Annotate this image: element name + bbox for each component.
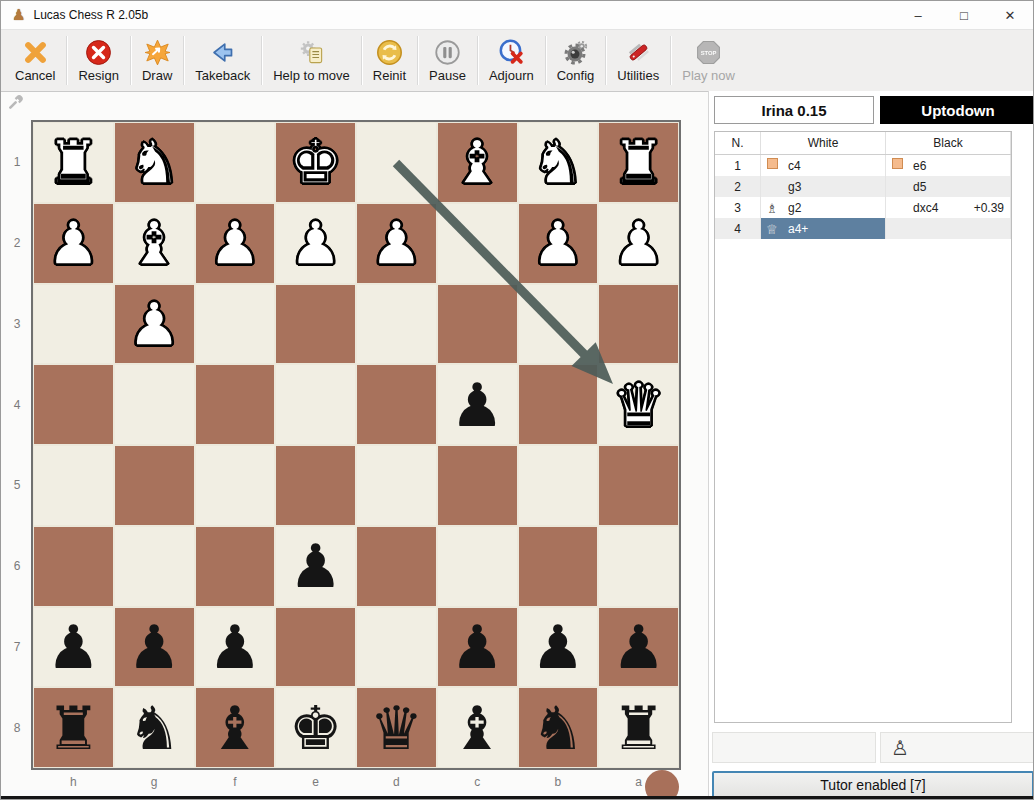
square-f2[interactable]: ♟ [195,203,276,284]
help-to-move-label: Help to move [273,68,350,83]
move-text: g3 [788,180,801,194]
square-g1[interactable]: ♞ [114,122,195,203]
opening-book-icon [892,158,903,169]
piece-wR: ♜ [46,132,100,192]
window-title: Lucas Chess R 2.05b [33,8,148,22]
square-d6[interactable] [356,526,437,607]
utilities-button[interactable]: Utilities [606,30,670,91]
square-e8[interactable]: ♚ [275,687,356,768]
square-h4[interactable] [33,364,114,445]
wrench-icon[interactable] [5,94,24,113]
queen-icon: ♕ [766,222,778,235]
square-a4[interactable]: ♛ [598,364,679,445]
piece-bN: ♞ [531,698,585,758]
piece-wP: ♟ [127,294,181,354]
reinit-button[interactable]: Reinit [362,30,417,91]
square-f6[interactable] [195,526,276,607]
piece-wR: ♜ [612,132,666,192]
square-b2[interactable]: ♟ [518,203,599,284]
piece-wQ: ♛ [612,375,666,435]
square-e4[interactable] [275,364,356,445]
file-label-f: f [195,770,276,794]
square-h1[interactable]: ♜ [33,122,114,203]
move-number: 4 [715,218,761,239]
col-header-n: N. [715,132,761,154]
move-number: 3 [715,197,761,218]
side-to-move-pawn-icon: ♙ [891,738,909,758]
rank-labels: 12345678 [6,122,28,768]
stop-sign-icon: STOP [695,39,722,66]
square-h8[interactable]: ♜ [33,687,114,768]
chess-board: ♜♞♚♝♞♜♟♝♟♟♟♟♟♟♟♛♟♟♟♟♟♟♟♜♞♝♚♛♝♞♜ [31,120,681,770]
tutor-enabled-button[interactable]: Tutor enabled [7] [712,771,1034,798]
piece-bP: ♟ [208,617,262,677]
rank-label-3: 3 [6,284,28,365]
window-controls: – □ ✕ [895,1,1033,29]
square-g6[interactable] [114,526,195,607]
square-g8[interactable]: ♞ [114,687,195,768]
square-h6[interactable] [33,526,114,607]
move-list-header: N. White Black [715,132,1011,155]
square-f4[interactable] [195,364,276,445]
takeback-icon [209,39,236,66]
col-header-white: White [761,132,886,154]
square-a5[interactable] [598,445,679,526]
piece-bR: ♜ [46,698,100,758]
bishop-icon: ♗ [766,201,778,214]
toolbar: Cancel Resign Draw Takeback Help to move… [1,29,1033,92]
piece-wK: ♚ [289,132,343,192]
square-c1[interactable]: ♝ [437,122,518,203]
play-now-button: STOP Play now [671,30,746,91]
play-now-label: Play now [682,68,735,83]
cancel-label: Cancel [15,68,55,83]
help-to-move-icon [298,39,325,66]
piece-wB: ♝ [450,132,504,192]
square-b1[interactable]: ♞ [518,122,599,203]
move-row-1: 1 c4 e6 [715,155,1011,176]
move-cell-2-white[interactable]: g3 [761,176,886,197]
square-c8[interactable]: ♝ [437,687,518,768]
square-d2[interactable]: ♟ [356,203,437,284]
close-icon[interactable]: ✕ [987,1,1033,29]
piece-wP: ♟ [369,213,423,273]
move-row-3: 3 ♗ g2 dxc4 +0.39 [715,197,1011,218]
piece-wP: ♟ [46,213,100,273]
right-panel: Irina 0.15 Uptodown N. White Black 1 c4 … [708,91,1034,799]
square-b4[interactable] [518,364,599,445]
square-b6[interactable] [518,526,599,607]
piece-wP: ♟ [612,213,666,273]
square-h3[interactable] [33,284,114,365]
cancel-button[interactable]: Cancel [4,30,66,91]
square-a6[interactable] [598,526,679,607]
maximize-icon[interactable]: □ [941,1,987,29]
square-f1[interactable] [195,122,276,203]
move-text: c4 [788,159,801,173]
piece-wP: ♟ [531,213,585,273]
white-player-label: Irina 0.15 [714,96,874,124]
move-list: N. White Black 1 c4 e6 2 g3 [714,131,1012,723]
square-d8[interactable]: ♛ [356,687,437,768]
draw-button[interactable]: Draw [131,30,183,91]
utilities-label: Utilities [617,68,659,83]
piece-bP: ♟ [450,375,504,435]
reinit-icon [376,39,403,66]
piece-wP: ♟ [208,213,262,273]
piece-wP: ♟ [289,213,343,273]
square-f3[interactable] [195,284,276,365]
square-e3[interactable] [275,284,356,365]
utilities-icon [625,39,652,66]
window-bottom-edge [1,796,1033,799]
draw-icon [144,39,171,66]
resign-label: Resign [78,68,118,83]
square-c2[interactable] [437,203,518,284]
square-h5[interactable] [33,445,114,526]
piece-bP: ♟ [127,617,181,677]
square-g3[interactable]: ♟ [114,284,195,365]
square-c4[interactable]: ♟ [437,364,518,445]
move-cell-3-white[interactable]: ♗ g2 [761,197,886,218]
rank-label-6: 6 [6,526,28,607]
rank-label-2: 2 [6,203,28,284]
title-bar: ♟ Lucas Chess R 2.05b – □ ✕ [1,1,1033,29]
file-label-g: g [114,770,195,794]
file-label-c: c [437,770,518,794]
square-g5[interactable] [114,445,195,526]
piece-bR: ♜ [612,698,666,758]
help-to-move-button[interactable]: Help to move [262,30,361,91]
takeback-label: Takeback [195,68,250,83]
square-a3[interactable] [598,284,679,365]
file-labels: hgfedcba [33,770,679,794]
square-c3[interactable] [437,284,518,365]
app-window: ♟ Lucas Chess R 2.05b – □ ✕ Cancel Resig… [0,0,1034,800]
square-e6[interactable]: ♟ [275,526,356,607]
resign-icon [85,39,112,66]
file-label-h: h [33,770,114,794]
black-player-label: Uptodown [880,96,1034,124]
adjourn-icon [498,39,525,66]
square-e5[interactable] [275,445,356,526]
move-text: dxc4 [913,201,938,215]
move-number: 1 [715,155,761,176]
piece-bP: ♟ [450,617,504,677]
square-f7[interactable]: ♟ [195,607,276,688]
square-d1[interactable] [356,122,437,203]
move-text: a4+ [788,222,808,236]
square-a2[interactable]: ♟ [598,203,679,284]
reinit-label: Reinit [373,68,406,83]
file-label-e: e [275,770,356,794]
move-text: g2 [788,201,801,215]
piece-bN: ♞ [127,698,181,758]
adjourn-label: Adjourn [489,68,534,83]
rank-label-1: 1 [6,122,28,203]
move-row-2: 2 g3 d5 [715,176,1011,197]
square-d7[interactable] [356,607,437,688]
move-row-4: 4 ♕ a4+ [715,218,1011,239]
cancel-icon [22,39,49,66]
minimize-icon[interactable]: – [895,1,941,29]
square-b3[interactable] [518,284,599,365]
square-d5[interactable] [356,445,437,526]
piece-wN: ♞ [127,132,181,192]
piece-bK: ♚ [289,698,343,758]
move-cell-4-white-selected[interactable]: ♕ a4+ [761,218,886,239]
rank-label-5: 5 [6,445,28,526]
square-h2[interactable]: ♟ [33,203,114,284]
svg-text:STOP: STOP [701,49,717,55]
file-label-d: d [356,770,437,794]
square-a8[interactable]: ♜ [598,687,679,768]
square-b8[interactable]: ♞ [518,687,599,768]
square-e7[interactable] [275,607,356,688]
app-logo-pawn-icon: ♟ [12,8,25,23]
pause-icon [434,39,461,66]
rank-label-8: 8 [6,687,28,768]
white-clock-panel [712,732,876,763]
square-a1[interactable]: ♜ [598,122,679,203]
square-f5[interactable] [195,445,276,526]
takeback-button[interactable]: Takeback [184,30,261,91]
square-d3[interactable] [356,284,437,365]
engine-eval: +0.39 [974,201,1010,215]
move-cell-4-black[interactable] [886,218,1011,239]
square-h7[interactable]: ♟ [33,607,114,688]
move-cell-1-black[interactable]: e6 [886,155,1011,176]
pause-button[interactable]: Pause [418,30,477,91]
move-cell-3-black[interactable]: dxc4 +0.39 [886,197,1011,218]
move-number: 2 [715,176,761,197]
piece-bP: ♟ [612,617,666,677]
square-d4[interactable] [356,364,437,445]
rank-label-4: 4 [6,364,28,445]
square-g7[interactable]: ♟ [114,607,195,688]
square-g2[interactable]: ♝ [114,203,195,284]
square-e2[interactable]: ♟ [275,203,356,284]
square-f8[interactable]: ♝ [195,687,276,768]
rank-label-7: 7 [6,607,28,688]
square-c6[interactable] [437,526,518,607]
move-text: e6 [913,159,926,173]
resign-button[interactable]: Resign [67,30,129,91]
square-c5[interactable] [437,445,518,526]
col-header-black: Black [886,132,1011,154]
pause-label: Pause [429,68,466,83]
square-g4[interactable] [114,364,195,445]
piece-bP: ♟ [289,536,343,596]
piece-bP: ♟ [531,617,585,677]
square-c7[interactable]: ♟ [437,607,518,688]
adjourn-button[interactable]: Adjourn [478,30,545,91]
opening-book-icon [767,158,778,169]
square-a7[interactable]: ♟ [598,607,679,688]
config-label: Config [557,68,595,83]
move-cell-1-white[interactable]: c4 [761,155,886,176]
config-icon [562,39,589,66]
piece-bB: ♝ [208,698,262,758]
move-cell-2-black[interactable]: d5 [886,176,1011,197]
square-b7[interactable]: ♟ [518,607,599,688]
draw-label: Draw [142,68,172,83]
square-e1[interactable]: ♚ [275,122,356,203]
move-text: d5 [913,180,926,194]
piece-wN: ♞ [531,132,585,192]
black-clock-panel: ♙ [880,732,1034,763]
config-button[interactable]: Config [546,30,606,91]
piece-wB: ♝ [127,213,181,273]
board-grid: ♜♞♚♝♞♜♟♝♟♟♟♟♟♟♟♛♟♟♟♟♟♟♟♜♞♝♚♛♝♞♜ [33,122,679,768]
piece-bB: ♝ [450,698,504,758]
square-b5[interactable] [518,445,599,526]
piece-bP: ♟ [46,617,100,677]
piece-bQ: ♛ [369,698,423,758]
file-label-b: b [518,770,599,794]
